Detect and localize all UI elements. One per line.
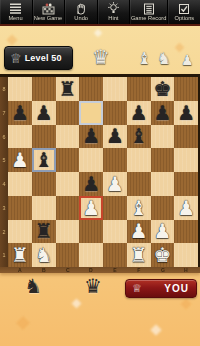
- square-a1[interactable]: ♜: [8, 243, 32, 267]
- square-h5[interactable]: [174, 148, 198, 172]
- piece-white-bishop: ♝: [130, 198, 148, 218]
- piece-white-pawn: ♟: [153, 221, 171, 241]
- menu-button[interactable]: Menu: [0, 0, 33, 24]
- game-record-label: Game Record: [131, 15, 166, 22]
- square-b8[interactable]: [32, 77, 56, 101]
- piece-black-pawn: ♟: [82, 126, 100, 146]
- undo-label: Undo: [74, 15, 88, 22]
- square-g4[interactable]: [151, 172, 175, 196]
- square-c6[interactable]: [56, 125, 80, 149]
- square-c4[interactable]: [56, 172, 80, 196]
- sparkle: [16, 316, 30, 330]
- square-d8[interactable]: [79, 77, 103, 101]
- opponent-level-label: Level 50: [25, 53, 62, 63]
- new-game-icon: [42, 2, 55, 15]
- square-e6[interactable]: ♟: [103, 125, 127, 149]
- chess-app: Menu New Game Undo: [0, 0, 200, 346]
- captured-white-pawn: ♟: [181, 53, 194, 67]
- square-g6[interactable]: [151, 125, 175, 149]
- square-e3[interactable]: [103, 196, 127, 220]
- square-b6[interactable]: [32, 125, 56, 149]
- rank-label-6: 6: [0, 126, 7, 147]
- square-d6[interactable]: ♟: [79, 125, 103, 149]
- piece-white-rook: ♜: [11, 245, 29, 265]
- rank-label-7: 7: [0, 102, 7, 123]
- rank-label-2: 2: [0, 221, 7, 242]
- hint-label: Hint: [108, 15, 118, 22]
- new-game-label: New Game: [34, 15, 63, 22]
- square-h3[interactable]: ♟: [174, 196, 198, 220]
- menu-icon: [9, 2, 22, 15]
- rank-label-5: 5: [0, 149, 7, 170]
- file-label-c: C: [57, 267, 77, 272]
- piece-black-pawn: ♟: [153, 103, 171, 123]
- new-game-button[interactable]: New Game: [33, 0, 66, 24]
- piece-black-pawn: ♟: [82, 174, 100, 194]
- square-g7[interactable]: ♟: [151, 101, 175, 125]
- board-grid: ♜♚♟♟♟♟♟♟♟♝♟♝♟♟♟♝♟♜♟♟♜♞♜♚: [8, 77, 198, 267]
- square-b5[interactable]: ♝: [32, 148, 56, 172]
- rank-label-4: 4: [0, 173, 7, 194]
- square-f7[interactable]: ♟: [127, 101, 151, 125]
- sparkle: [72, 299, 82, 309]
- piece-black-rook: ♜: [58, 79, 76, 99]
- square-d5[interactable]: [79, 148, 103, 172]
- file-label-d: D: [81, 267, 101, 272]
- undo-hand-icon: [75, 2, 87, 15]
- rank-label-1: 1: [0, 244, 7, 265]
- square-a5[interactable]: ♟: [8, 148, 32, 172]
- menu-label: Menu: [9, 15, 23, 22]
- hint-button[interactable]: Hint: [98, 0, 131, 24]
- options-button[interactable]: Options: [168, 0, 200, 24]
- square-c1[interactable]: [56, 243, 80, 267]
- square-e2[interactable]: [103, 220, 127, 244]
- square-h1[interactable]: [174, 243, 198, 267]
- file-label-h: H: [176, 267, 196, 272]
- player-you-label: YOU: [164, 283, 189, 294]
- square-d7[interactable]: [79, 101, 103, 125]
- square-a4[interactable]: [8, 172, 32, 196]
- piece-white-king: ♚: [153, 245, 171, 265]
- piece-black-pawn: ♟: [35, 103, 53, 123]
- file-label-a: A: [10, 267, 30, 272]
- piece-black-rook: ♜: [35, 221, 53, 241]
- captured-white-bishop: ♝: [137, 51, 151, 67]
- sparkle: [180, 298, 191, 309]
- piece-black-king: ♚: [153, 79, 171, 99]
- square-e4[interactable]: ♟: [103, 172, 127, 196]
- square-f8[interactable]: [127, 77, 151, 101]
- square-b3[interactable]: [32, 196, 56, 220]
- square-e5[interactable]: [103, 148, 127, 172]
- square-b2[interactable]: ♜: [32, 220, 56, 244]
- captured-white-queen: ♛: [92, 47, 110, 67]
- player-you-badge: ♕ YOU: [125, 279, 197, 298]
- captured-black-knight: ♞: [24, 276, 42, 296]
- square-g3[interactable]: [151, 196, 175, 220]
- options-label: Options: [174, 15, 194, 22]
- square-h6[interactable]: [174, 125, 198, 149]
- file-label-b: B: [34, 267, 54, 272]
- square-g1[interactable]: ♚: [151, 243, 175, 267]
- square-e8[interactable]: [103, 77, 127, 101]
- sparkle: [94, 29, 102, 37]
- undo-button[interactable]: Undo: [65, 0, 98, 24]
- file-label-e: E: [105, 267, 125, 272]
- crown-icon: ♕: [132, 283, 142, 294]
- rank-labels: 87654321: [0, 77, 8, 267]
- square-f2[interactable]: ♟: [127, 220, 151, 244]
- square-e1[interactable]: [103, 243, 127, 267]
- sparkle: [150, 324, 161, 335]
- square-h2[interactable]: [174, 220, 198, 244]
- square-d2[interactable]: [79, 220, 103, 244]
- piece-black-pawn: ♟: [130, 103, 148, 123]
- board-border-right: [198, 77, 200, 267]
- square-d1[interactable]: [79, 243, 103, 267]
- square-f3[interactable]: ♝: [127, 196, 151, 220]
- square-b4[interactable]: [32, 172, 56, 196]
- square-a8[interactable]: [8, 77, 32, 101]
- opponent-level-badge: ♕ Level 50: [4, 46, 73, 70]
- square-c8[interactable]: ♜: [56, 77, 80, 101]
- captured-black-queen: ♛: [84, 276, 102, 296]
- square-a6[interactable]: [8, 125, 32, 149]
- piece-white-pawn: ♟: [106, 174, 124, 194]
- square-f1[interactable]: ♜: [127, 243, 151, 267]
- square-f6[interactable]: ♝: [127, 125, 151, 149]
- piece-white-pawn: ♟: [130, 221, 148, 241]
- piece-white-pawn: ♟: [11, 150, 29, 170]
- piece-black-bishop: ♝: [130, 126, 148, 146]
- square-g8[interactable]: ♚: [151, 77, 175, 101]
- square-h4[interactable]: [174, 172, 198, 196]
- square-f5[interactable]: [127, 148, 151, 172]
- piece-black-pawn: ♟: [177, 103, 195, 123]
- square-g2[interactable]: ♟: [151, 220, 175, 244]
- piece-white-pawn: ♟: [82, 198, 100, 218]
- piece-white-pawn: ♟: [177, 198, 195, 218]
- toolbar: Menu New Game Undo: [0, 0, 200, 26]
- square-g5[interactable]: [151, 148, 175, 172]
- chess-board: 87654321 ♜♚♟♟♟♟♟♟♟♝♟♝♟♟♟♝♟♜♟♟♜♞♜♚ ABCDEF…: [0, 74, 200, 273]
- square-h7[interactable]: ♟: [174, 101, 198, 125]
- square-f4[interactable]: [127, 172, 151, 196]
- square-c5[interactable]: [56, 148, 80, 172]
- piece-black-bishop: ♝: [35, 150, 53, 170]
- sparkle: [175, 43, 185, 53]
- square-a2[interactable]: [8, 220, 32, 244]
- square-b1[interactable]: ♞: [32, 243, 56, 267]
- piece-white-rook: ♜: [130, 245, 148, 265]
- piece-black-pawn: ♟: [106, 126, 124, 146]
- square-e7[interactable]: [103, 101, 127, 125]
- piece-white-knight: ♞: [35, 245, 53, 265]
- file-label-g: G: [152, 267, 172, 272]
- rank-label-3: 3: [0, 197, 7, 218]
- square-d4[interactable]: ♟: [79, 172, 103, 196]
- square-c3[interactable]: [56, 196, 80, 220]
- square-a7[interactable]: ♟: [8, 101, 32, 125]
- game-record-icon: [143, 2, 155, 15]
- piece-black-pawn: ♟: [11, 103, 29, 123]
- game-record-button[interactable]: Game Record: [130, 0, 168, 24]
- square-c2[interactable]: [56, 220, 80, 244]
- rank-label-8: 8: [0, 78, 7, 99]
- sparkle: [6, 34, 17, 45]
- crown-icon: ♕: [10, 52, 22, 65]
- hint-lightbulb-icon: [107, 2, 120, 15]
- square-h8[interactable]: [174, 77, 198, 101]
- square-d3[interactable]: ♟: [79, 196, 103, 220]
- square-a3[interactable]: [8, 196, 32, 220]
- file-label-f: F: [129, 267, 149, 272]
- square-c7[interactable]: [56, 101, 80, 125]
- square-b7[interactable]: ♟: [32, 101, 56, 125]
- captured-white-knight: ♞: [157, 51, 171, 67]
- file-labels: ABCDEFGH: [0, 267, 200, 273]
- options-checkbox-icon: [178, 2, 190, 15]
